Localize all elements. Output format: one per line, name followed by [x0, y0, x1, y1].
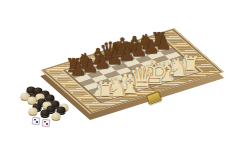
checker-piece-light: [29, 108, 38, 115]
checker-piece-black: [41, 110, 50, 117]
chess-set-product-photo: ♜♞♝♛♚♝♞♜♟♟♟♟♟♟♟♟♟♟♟♟♟♟♟♟♜♞♝♛♚♝♞♜: [0, 0, 240, 150]
die: [31, 116, 40, 125]
checkers-and-dice-layer: [0, 0, 240, 150]
checker-piece-light: [28, 97, 37, 104]
checker-piece-light: [52, 113, 61, 120]
die: [41, 118, 50, 127]
